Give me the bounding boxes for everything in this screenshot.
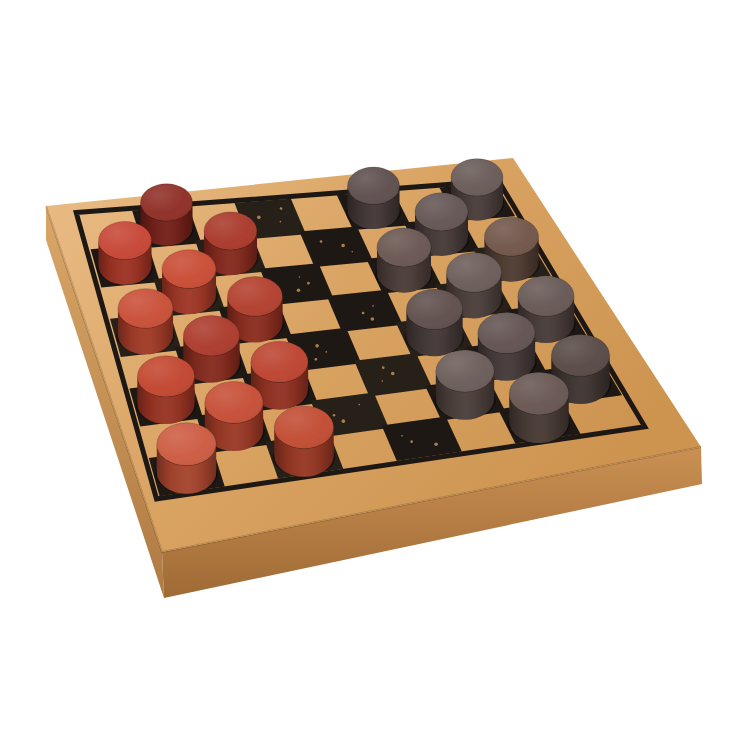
checker-dark-5-2 xyxy=(375,228,432,293)
checker-red-0-5 xyxy=(136,356,197,424)
checkers-board-photo xyxy=(0,0,750,750)
checker-dark-6-7 xyxy=(508,372,571,443)
checker-dark-5-0 xyxy=(346,167,401,229)
checker-dark-5-6 xyxy=(434,350,496,420)
checker-red-0-7 xyxy=(155,423,218,494)
checker-dark-5-4 xyxy=(405,289,465,356)
checker-red-0-3 xyxy=(116,289,174,355)
checkers-product-photo xyxy=(0,0,750,750)
checker-red-0-1 xyxy=(97,222,153,285)
checker-red-2-7 xyxy=(273,406,336,477)
